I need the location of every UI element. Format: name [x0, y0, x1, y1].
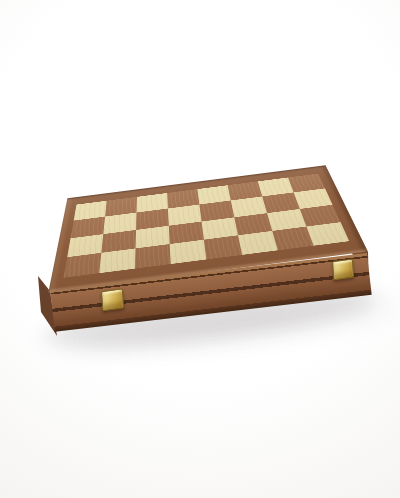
board-square	[99, 248, 135, 273]
brass-clasp-right	[332, 258, 354, 280]
product-photo	[0, 0, 400, 498]
board-square	[238, 231, 278, 255]
board-square	[135, 244, 171, 269]
board-square	[64, 253, 102, 278]
board-square	[170, 240, 207, 264]
board-square	[306, 222, 349, 246]
board-square	[204, 235, 242, 259]
brass-clasp-left	[101, 288, 124, 311]
